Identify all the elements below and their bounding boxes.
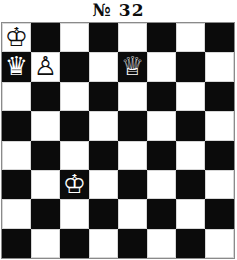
square-f8 xyxy=(147,23,176,52)
square-b1 xyxy=(31,229,60,258)
square-c3: ♔ xyxy=(60,170,89,199)
piece-black-queen: ♕ xyxy=(121,53,144,79)
square-f3 xyxy=(147,170,176,199)
square-a8: ♔ xyxy=(2,23,31,52)
square-a6 xyxy=(2,82,31,111)
square-d8 xyxy=(89,23,118,52)
piece-white-queen: ♛ xyxy=(5,53,28,79)
square-e4 xyxy=(118,141,147,170)
square-c1 xyxy=(60,229,89,258)
square-g5 xyxy=(176,111,205,140)
chess-board: ♔♛♙♕♔ xyxy=(1,22,235,259)
square-b5 xyxy=(31,111,60,140)
square-h7 xyxy=(205,52,234,81)
piece-white-king: ♔ xyxy=(5,24,28,50)
square-a4 xyxy=(2,141,31,170)
square-f1 xyxy=(147,229,176,258)
square-f4 xyxy=(147,141,176,170)
puzzle-number: № 32 xyxy=(0,0,237,20)
square-e1 xyxy=(118,229,147,258)
square-a1 xyxy=(2,229,31,258)
square-h4 xyxy=(205,141,234,170)
square-b3 xyxy=(31,170,60,199)
square-c2 xyxy=(60,199,89,228)
square-d3 xyxy=(89,170,118,199)
square-h1 xyxy=(205,229,234,258)
square-h6 xyxy=(205,82,234,111)
square-e8 xyxy=(118,23,147,52)
square-d6 xyxy=(89,82,118,111)
square-b8 xyxy=(31,23,60,52)
square-g4 xyxy=(176,141,205,170)
square-f7 xyxy=(147,52,176,81)
square-f2 xyxy=(147,199,176,228)
square-h2 xyxy=(205,199,234,228)
square-e2 xyxy=(118,199,147,228)
square-h8 xyxy=(205,23,234,52)
square-g3 xyxy=(176,170,205,199)
square-a7: ♛ xyxy=(2,52,31,81)
square-a2 xyxy=(2,199,31,228)
square-g8 xyxy=(176,23,205,52)
square-c4 xyxy=(60,141,89,170)
square-e6 xyxy=(118,82,147,111)
piece-black-king: ♔ xyxy=(63,171,86,197)
square-b4 xyxy=(31,141,60,170)
square-d4 xyxy=(89,141,118,170)
square-b6 xyxy=(31,82,60,111)
piece-white-pawn: ♙ xyxy=(34,53,57,79)
square-h5 xyxy=(205,111,234,140)
square-d2 xyxy=(89,199,118,228)
square-d7 xyxy=(89,52,118,81)
square-a3 xyxy=(2,170,31,199)
square-e3 xyxy=(118,170,147,199)
square-b7: ♙ xyxy=(31,52,60,81)
square-a5 xyxy=(2,111,31,140)
square-e5 xyxy=(118,111,147,140)
square-c5 xyxy=(60,111,89,140)
square-g2 xyxy=(176,199,205,228)
square-g1 xyxy=(176,229,205,258)
square-d5 xyxy=(89,111,118,140)
square-g7 xyxy=(176,52,205,81)
square-b2 xyxy=(31,199,60,228)
puzzle-page: № 32 ♔♛♙♕♔ xyxy=(0,0,237,260)
square-d1 xyxy=(89,229,118,258)
square-f5 xyxy=(147,111,176,140)
square-h3 xyxy=(205,170,234,199)
square-f6 xyxy=(147,82,176,111)
square-c8 xyxy=(60,23,89,52)
square-c6 xyxy=(60,82,89,111)
square-g6 xyxy=(176,82,205,111)
square-e7: ♕ xyxy=(118,52,147,81)
square-c7 xyxy=(60,52,89,81)
